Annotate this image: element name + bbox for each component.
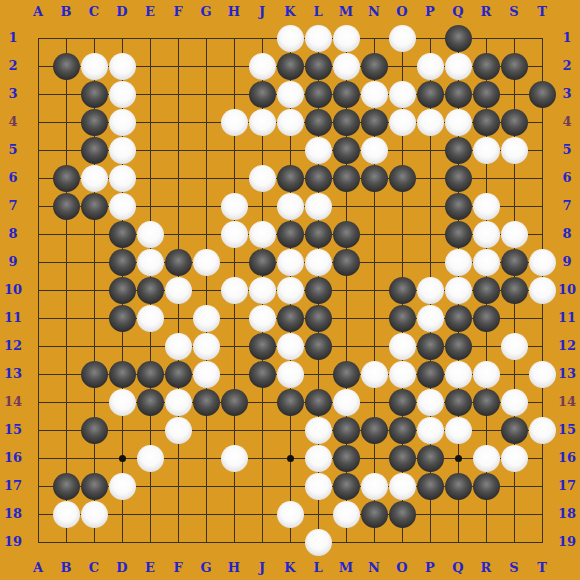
col-label-top: R bbox=[474, 4, 498, 20]
black-stone-t3 bbox=[529, 81, 556, 108]
black-stone-l3 bbox=[305, 81, 332, 108]
white-stone-b18 bbox=[53, 501, 80, 528]
white-stone-f14 bbox=[165, 389, 192, 416]
white-stone-s5 bbox=[501, 137, 528, 164]
white-stone-q13 bbox=[445, 361, 472, 388]
white-stone-g11 bbox=[193, 305, 220, 332]
white-stone-e9 bbox=[137, 249, 164, 276]
col-label-top: M bbox=[334, 4, 358, 20]
black-stone-j9 bbox=[249, 249, 276, 276]
black-stone-k11 bbox=[277, 305, 304, 332]
row-label-left: 9 bbox=[1, 254, 25, 270]
col-label-top: D bbox=[110, 4, 134, 20]
white-stone-j10 bbox=[249, 277, 276, 304]
row-label-right: 18 bbox=[555, 506, 579, 522]
black-stone-l11 bbox=[305, 305, 332, 332]
black-stone-d8 bbox=[109, 221, 136, 248]
black-stone-o18 bbox=[389, 501, 416, 528]
row-label-left: 13 bbox=[1, 366, 25, 382]
col-label-top: S bbox=[502, 4, 526, 20]
row-label-left: 3 bbox=[1, 86, 25, 102]
row-label-right: 2 bbox=[555, 58, 579, 74]
white-stone-d17 bbox=[109, 473, 136, 500]
col-label-bottom: S bbox=[502, 560, 526, 576]
white-stone-o13 bbox=[389, 361, 416, 388]
black-stone-m16 bbox=[333, 445, 360, 472]
col-label-bottom: M bbox=[334, 560, 358, 576]
black-stone-q7 bbox=[445, 193, 472, 220]
white-stone-d4 bbox=[109, 109, 136, 136]
white-stone-p11 bbox=[417, 305, 444, 332]
white-stone-f10 bbox=[165, 277, 192, 304]
white-stone-l16 bbox=[305, 445, 332, 472]
white-stone-m1 bbox=[333, 25, 360, 52]
row-label-left: 12 bbox=[1, 338, 25, 354]
black-stone-o10 bbox=[389, 277, 416, 304]
col-label-top: O bbox=[390, 4, 414, 20]
row-label-left: 19 bbox=[1, 534, 25, 550]
black-stone-j13 bbox=[249, 361, 276, 388]
col-label-bottom: N bbox=[362, 560, 386, 576]
black-stone-n4 bbox=[361, 109, 388, 136]
black-stone-r4 bbox=[473, 109, 500, 136]
row-label-left: 7 bbox=[1, 198, 25, 214]
row-label-left: 10 bbox=[1, 282, 25, 298]
white-stone-k12 bbox=[277, 333, 304, 360]
white-stone-d5 bbox=[109, 137, 136, 164]
white-stone-l17 bbox=[305, 473, 332, 500]
black-stone-r2 bbox=[473, 53, 500, 80]
black-stone-m17 bbox=[333, 473, 360, 500]
row-label-right: 11 bbox=[555, 310, 579, 326]
black-stone-f13 bbox=[165, 361, 192, 388]
white-stone-p10 bbox=[417, 277, 444, 304]
black-stone-m5 bbox=[333, 137, 360, 164]
white-stone-e8 bbox=[137, 221, 164, 248]
black-stone-h14 bbox=[221, 389, 248, 416]
col-label-top: C bbox=[82, 4, 106, 20]
white-stone-k1 bbox=[277, 25, 304, 52]
black-stone-k8 bbox=[277, 221, 304, 248]
black-stone-r17 bbox=[473, 473, 500, 500]
white-stone-t9 bbox=[529, 249, 556, 276]
black-stone-l14 bbox=[305, 389, 332, 416]
black-stone-s10 bbox=[501, 277, 528, 304]
white-stone-t13 bbox=[529, 361, 556, 388]
white-stone-p14 bbox=[417, 389, 444, 416]
black-stone-m15 bbox=[333, 417, 360, 444]
row-label-left: 11 bbox=[1, 310, 25, 326]
black-stone-o16 bbox=[389, 445, 416, 472]
white-stone-p15 bbox=[417, 417, 444, 444]
row-label-left: 1 bbox=[1, 30, 25, 46]
black-stone-b17 bbox=[53, 473, 80, 500]
white-stone-c6 bbox=[81, 165, 108, 192]
white-stone-h4 bbox=[221, 109, 248, 136]
col-label-bottom: O bbox=[390, 560, 414, 576]
black-stone-s9 bbox=[501, 249, 528, 276]
black-stone-e13 bbox=[137, 361, 164, 388]
white-stone-l15 bbox=[305, 417, 332, 444]
black-stone-k2 bbox=[277, 53, 304, 80]
black-stone-b2 bbox=[53, 53, 80, 80]
row-label-right: 17 bbox=[555, 478, 579, 494]
black-stone-n15 bbox=[361, 417, 388, 444]
black-stone-q12 bbox=[445, 333, 472, 360]
row-label-right: 14 bbox=[555, 394, 579, 410]
black-stone-q8 bbox=[445, 221, 472, 248]
black-stone-o15 bbox=[389, 417, 416, 444]
black-stone-c5 bbox=[81, 137, 108, 164]
row-label-right: 4 bbox=[555, 114, 579, 130]
black-stone-q17 bbox=[445, 473, 472, 500]
black-stone-r14 bbox=[473, 389, 500, 416]
white-stone-t10 bbox=[529, 277, 556, 304]
white-stone-p4 bbox=[417, 109, 444, 136]
col-label-bottom: B bbox=[54, 560, 78, 576]
white-stone-q10 bbox=[445, 277, 472, 304]
white-stone-d2 bbox=[109, 53, 136, 80]
white-stone-d7 bbox=[109, 193, 136, 220]
black-stone-m6 bbox=[333, 165, 360, 192]
white-stone-g13 bbox=[193, 361, 220, 388]
white-stone-m18 bbox=[333, 501, 360, 528]
white-stone-l1 bbox=[305, 25, 332, 52]
black-stone-p3 bbox=[417, 81, 444, 108]
white-stone-s16 bbox=[501, 445, 528, 472]
black-stone-d10 bbox=[109, 277, 136, 304]
white-stone-c18 bbox=[81, 501, 108, 528]
row-label-left: 17 bbox=[1, 478, 25, 494]
col-label-top: Q bbox=[446, 4, 470, 20]
black-stone-j12 bbox=[249, 333, 276, 360]
col-label-bottom: D bbox=[110, 560, 134, 576]
white-stone-r5 bbox=[473, 137, 500, 164]
white-stone-n5 bbox=[361, 137, 388, 164]
white-stone-o17 bbox=[389, 473, 416, 500]
black-stone-l8 bbox=[305, 221, 332, 248]
black-stone-n2 bbox=[361, 53, 388, 80]
black-stone-r10 bbox=[473, 277, 500, 304]
black-stone-m8 bbox=[333, 221, 360, 248]
white-stone-h7 bbox=[221, 193, 248, 220]
row-label-right: 3 bbox=[555, 86, 579, 102]
black-stone-m4 bbox=[333, 109, 360, 136]
row-label-left: 15 bbox=[1, 422, 25, 438]
black-stone-l6 bbox=[305, 165, 332, 192]
white-stone-k13 bbox=[277, 361, 304, 388]
black-stone-q5 bbox=[445, 137, 472, 164]
col-label-bottom: F bbox=[166, 560, 190, 576]
row-label-right: 10 bbox=[555, 282, 579, 298]
row-label-left: 14 bbox=[1, 394, 25, 410]
col-label-top: E bbox=[138, 4, 162, 20]
col-label-top: J bbox=[250, 4, 274, 20]
black-stone-c17 bbox=[81, 473, 108, 500]
black-stone-d11 bbox=[109, 305, 136, 332]
row-label-right: 13 bbox=[555, 366, 579, 382]
white-stone-j8 bbox=[249, 221, 276, 248]
col-label-top: L bbox=[306, 4, 330, 20]
col-label-top: A bbox=[26, 4, 50, 20]
black-stone-g14 bbox=[193, 389, 220, 416]
white-stone-k4 bbox=[277, 109, 304, 136]
white-stone-k3 bbox=[277, 81, 304, 108]
black-stone-e10 bbox=[137, 277, 164, 304]
col-label-bottom: T bbox=[530, 560, 554, 576]
white-stone-e16 bbox=[137, 445, 164, 472]
white-stone-k10 bbox=[277, 277, 304, 304]
black-stone-n18 bbox=[361, 501, 388, 528]
black-stone-l10 bbox=[305, 277, 332, 304]
row-label-left: 6 bbox=[1, 170, 25, 186]
col-label-bottom: R bbox=[474, 560, 498, 576]
row-label-right: 8 bbox=[555, 226, 579, 242]
col-label-bottom: C bbox=[82, 560, 106, 576]
white-stone-k18 bbox=[277, 501, 304, 528]
white-stone-r9 bbox=[473, 249, 500, 276]
white-stone-l19 bbox=[305, 529, 332, 556]
col-label-top: P bbox=[418, 4, 442, 20]
row-label-right: 16 bbox=[555, 450, 579, 466]
black-stone-p16 bbox=[417, 445, 444, 472]
white-stone-k9 bbox=[277, 249, 304, 276]
white-stone-l7 bbox=[305, 193, 332, 220]
black-stone-l12 bbox=[305, 333, 332, 360]
black-stone-d9 bbox=[109, 249, 136, 276]
col-label-bottom: K bbox=[278, 560, 302, 576]
black-stone-s4 bbox=[501, 109, 528, 136]
row-label-right: 6 bbox=[555, 170, 579, 186]
row-label-right: 19 bbox=[555, 534, 579, 550]
row-label-left: 8 bbox=[1, 226, 25, 242]
col-label-bottom: H bbox=[222, 560, 246, 576]
star-point-q16 bbox=[455, 455, 462, 462]
white-stone-r8 bbox=[473, 221, 500, 248]
black-stone-r11 bbox=[473, 305, 500, 332]
black-stone-c4 bbox=[81, 109, 108, 136]
row-label-right: 7 bbox=[555, 198, 579, 214]
black-stone-c7 bbox=[81, 193, 108, 220]
star-point-k16 bbox=[287, 455, 294, 462]
white-stone-n13 bbox=[361, 361, 388, 388]
col-label-top: K bbox=[278, 4, 302, 20]
white-stone-q2 bbox=[445, 53, 472, 80]
white-stone-n17 bbox=[361, 473, 388, 500]
row-label-left: 18 bbox=[1, 506, 25, 522]
white-stone-s14 bbox=[501, 389, 528, 416]
black-stone-q11 bbox=[445, 305, 472, 332]
black-stone-c13 bbox=[81, 361, 108, 388]
col-label-bottom: J bbox=[250, 560, 274, 576]
black-stone-e14 bbox=[137, 389, 164, 416]
row-label-left: 16 bbox=[1, 450, 25, 466]
white-stone-d14 bbox=[109, 389, 136, 416]
col-label-top: F bbox=[166, 4, 190, 20]
black-stone-k6 bbox=[277, 165, 304, 192]
white-stone-h16 bbox=[221, 445, 248, 472]
black-stone-q1 bbox=[445, 25, 472, 52]
black-stone-b7 bbox=[53, 193, 80, 220]
white-stone-g12 bbox=[193, 333, 220, 360]
star-point-d16 bbox=[119, 455, 126, 462]
black-stone-n6 bbox=[361, 165, 388, 192]
black-stone-k14 bbox=[277, 389, 304, 416]
row-label-right: 9 bbox=[555, 254, 579, 270]
white-stone-s8 bbox=[501, 221, 528, 248]
white-stone-c2 bbox=[81, 53, 108, 80]
white-stone-f12 bbox=[165, 333, 192, 360]
row-label-right: 15 bbox=[555, 422, 579, 438]
white-stone-j11 bbox=[249, 305, 276, 332]
white-stone-q15 bbox=[445, 417, 472, 444]
col-label-bottom: L bbox=[306, 560, 330, 576]
black-stone-o6 bbox=[389, 165, 416, 192]
black-stone-o11 bbox=[389, 305, 416, 332]
white-stone-e11 bbox=[137, 305, 164, 332]
col-label-top: T bbox=[530, 4, 554, 20]
col-label-bottom: G bbox=[194, 560, 218, 576]
col-label-top: G bbox=[194, 4, 218, 20]
white-stone-k7 bbox=[277, 193, 304, 220]
white-stone-r16 bbox=[473, 445, 500, 472]
white-stone-m14 bbox=[333, 389, 360, 416]
row-label-right: 1 bbox=[555, 30, 579, 46]
black-stone-m3 bbox=[333, 81, 360, 108]
col-label-top: N bbox=[362, 4, 386, 20]
col-label-bottom: P bbox=[418, 560, 442, 576]
white-stone-q9 bbox=[445, 249, 472, 276]
white-stone-f15 bbox=[165, 417, 192, 444]
black-stone-m9 bbox=[333, 249, 360, 276]
white-stone-t15 bbox=[529, 417, 556, 444]
black-stone-p12 bbox=[417, 333, 444, 360]
black-stone-q6 bbox=[445, 165, 472, 192]
col-label-top: H bbox=[222, 4, 246, 20]
white-stone-d6 bbox=[109, 165, 136, 192]
black-stone-c3 bbox=[81, 81, 108, 108]
black-stone-j3 bbox=[249, 81, 276, 108]
white-stone-o12 bbox=[389, 333, 416, 360]
black-stone-p13 bbox=[417, 361, 444, 388]
white-stone-p2 bbox=[417, 53, 444, 80]
white-stone-d3 bbox=[109, 81, 136, 108]
black-stone-s2 bbox=[501, 53, 528, 80]
row-label-left: 2 bbox=[1, 58, 25, 74]
black-stone-s15 bbox=[501, 417, 528, 444]
black-stone-d13 bbox=[109, 361, 136, 388]
col-label-bottom: Q bbox=[446, 560, 470, 576]
white-stone-o1 bbox=[389, 25, 416, 52]
go-board-screenshot: AABBCCDDEEFFGGHHJJKKLLMMNNOOPPQQRRSSTT11… bbox=[0, 0, 580, 580]
white-stone-o3 bbox=[389, 81, 416, 108]
white-stone-g9 bbox=[193, 249, 220, 276]
black-stone-r3 bbox=[473, 81, 500, 108]
black-stone-m13 bbox=[333, 361, 360, 388]
black-stone-q14 bbox=[445, 389, 472, 416]
black-stone-o14 bbox=[389, 389, 416, 416]
white-stone-q4 bbox=[445, 109, 472, 136]
white-stone-l9 bbox=[305, 249, 332, 276]
col-label-bottom: E bbox=[138, 560, 162, 576]
white-stone-j4 bbox=[249, 109, 276, 136]
row-label-right: 12 bbox=[555, 338, 579, 354]
white-stone-m2 bbox=[333, 53, 360, 80]
col-label-bottom: A bbox=[26, 560, 50, 576]
black-stone-b6 bbox=[53, 165, 80, 192]
white-stone-r7 bbox=[473, 193, 500, 220]
white-stone-l5 bbox=[305, 137, 332, 164]
black-stone-c15 bbox=[81, 417, 108, 444]
white-stone-r13 bbox=[473, 361, 500, 388]
black-stone-p17 bbox=[417, 473, 444, 500]
white-stone-h10 bbox=[221, 277, 248, 304]
black-stone-q3 bbox=[445, 81, 472, 108]
white-stone-s12 bbox=[501, 333, 528, 360]
row-label-left: 4 bbox=[1, 114, 25, 130]
black-stone-l2 bbox=[305, 53, 332, 80]
white-stone-o4 bbox=[389, 109, 416, 136]
white-stone-j6 bbox=[249, 165, 276, 192]
white-stone-j2 bbox=[249, 53, 276, 80]
white-stone-h8 bbox=[221, 221, 248, 248]
black-stone-l4 bbox=[305, 109, 332, 136]
white-stone-n3 bbox=[361, 81, 388, 108]
black-stone-f9 bbox=[165, 249, 192, 276]
row-label-left: 5 bbox=[1, 142, 25, 158]
row-label-right: 5 bbox=[555, 142, 579, 158]
col-label-top: B bbox=[54, 4, 78, 20]
